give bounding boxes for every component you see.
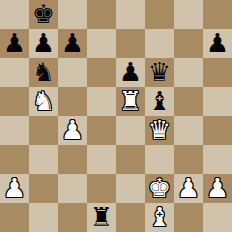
square-g6[interactable] (174, 58, 203, 87)
piece-white-pawn[interactable]: ♟ (206, 174, 229, 203)
square-g1[interactable] (174, 203, 203, 232)
square-a1[interactable] (0, 203, 29, 232)
square-b2[interactable] (29, 174, 58, 203)
square-b6[interactable]: ♞ (29, 58, 58, 87)
square-b1[interactable] (29, 203, 58, 232)
square-d3[interactable] (87, 145, 116, 174)
piece-white-pawn[interactable]: ♟ (177, 174, 200, 203)
square-g7[interactable] (174, 29, 203, 58)
piece-white-pawn[interactable]: ♟ (61, 116, 84, 145)
piece-black-pawn[interactable]: ♟ (119, 58, 142, 87)
square-a3[interactable] (0, 145, 29, 174)
square-d2[interactable] (87, 174, 116, 203)
piece-black-queen[interactable]: ♛ (148, 58, 171, 87)
square-h4[interactable] (203, 116, 232, 145)
square-a6[interactable] (0, 58, 29, 87)
square-f5[interactable]: ♝ (145, 87, 174, 116)
square-a7[interactable]: ♟ (0, 29, 29, 58)
piece-white-bishop[interactable]: ♝ (148, 203, 171, 232)
piece-black-rook[interactable]: ♜ (90, 203, 113, 232)
square-a8[interactable] (0, 0, 29, 29)
square-h3[interactable] (203, 145, 232, 174)
square-c8[interactable] (58, 0, 87, 29)
square-f4[interactable]: ♛ (145, 116, 174, 145)
square-c4[interactable]: ♟ (58, 116, 87, 145)
square-e3[interactable] (116, 145, 145, 174)
square-f7[interactable] (145, 29, 174, 58)
piece-black-knight[interactable]: ♞ (32, 58, 55, 87)
square-b4[interactable] (29, 116, 58, 145)
square-c3[interactable] (58, 145, 87, 174)
square-f2[interactable]: ♚ (145, 174, 174, 203)
square-e1[interactable] (116, 203, 145, 232)
square-c1[interactable] (58, 203, 87, 232)
piece-black-pawn[interactable]: ♟ (3, 29, 26, 58)
square-e5[interactable]: ♜ (116, 87, 145, 116)
square-a4[interactable] (0, 116, 29, 145)
square-c7[interactable]: ♟ (58, 29, 87, 58)
square-e7[interactable] (116, 29, 145, 58)
piece-white-pawn[interactable]: ♟ (3, 174, 26, 203)
square-c5[interactable] (58, 87, 87, 116)
piece-white-king[interactable]: ♚ (148, 174, 171, 203)
square-h1[interactable] (203, 203, 232, 232)
square-d8[interactable] (87, 0, 116, 29)
square-h7[interactable]: ♟ (203, 29, 232, 58)
square-f8[interactable] (145, 0, 174, 29)
square-g2[interactable]: ♟ (174, 174, 203, 203)
square-f6[interactable]: ♛ (145, 58, 174, 87)
square-c6[interactable] (58, 58, 87, 87)
piece-black-king[interactable]: ♚ (32, 0, 55, 29)
square-d1[interactable]: ♜ (87, 203, 116, 232)
square-c2[interactable] (58, 174, 87, 203)
square-g8[interactable] (174, 0, 203, 29)
piece-black-pawn[interactable]: ♟ (61, 29, 84, 58)
piece-black-pawn[interactable]: ♟ (32, 29, 55, 58)
square-b5[interactable]: ♞ (29, 87, 58, 116)
square-b7[interactable]: ♟ (29, 29, 58, 58)
square-f3[interactable] (145, 145, 174, 174)
square-e8[interactable] (116, 0, 145, 29)
square-g3[interactable] (174, 145, 203, 174)
piece-black-pawn[interactable]: ♟ (206, 29, 229, 58)
chess-board: ♚♟♟♟♟♞♟♛♞♜♝♟♛♟♚♟♟♜♝ (0, 0, 232, 232)
square-d5[interactable] (87, 87, 116, 116)
square-g4[interactable] (174, 116, 203, 145)
piece-black-bishop[interactable]: ♝ (148, 87, 171, 116)
square-d7[interactable] (87, 29, 116, 58)
square-f1[interactable]: ♝ (145, 203, 174, 232)
square-e2[interactable] (116, 174, 145, 203)
piece-white-rook[interactable]: ♜ (119, 87, 142, 116)
square-d4[interactable] (87, 116, 116, 145)
piece-white-queen[interactable]: ♛ (148, 116, 171, 145)
square-g5[interactable] (174, 87, 203, 116)
square-h2[interactable]: ♟ (203, 174, 232, 203)
square-e6[interactable]: ♟ (116, 58, 145, 87)
square-h8[interactable] (203, 0, 232, 29)
square-b8[interactable]: ♚ (29, 0, 58, 29)
square-e4[interactable] (116, 116, 145, 145)
piece-white-knight[interactable]: ♞ (32, 87, 55, 116)
square-a5[interactable] (0, 87, 29, 116)
square-a2[interactable]: ♟ (0, 174, 29, 203)
square-h6[interactable] (203, 58, 232, 87)
square-d6[interactable] (87, 58, 116, 87)
square-b3[interactable] (29, 145, 58, 174)
square-h5[interactable] (203, 87, 232, 116)
